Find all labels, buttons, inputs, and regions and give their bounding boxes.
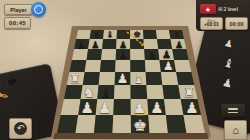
square-h8[interactable] (169, 30, 184, 39)
square-e5[interactable] (130, 60, 145, 72)
square-a3[interactable] (64, 85, 83, 99)
ai-timer: 00:00 (225, 17, 248, 30)
square-h3[interactable] (178, 85, 197, 99)
square-d8[interactable] (117, 30, 130, 39)
square-e8[interactable] (130, 30, 144, 39)
square-e6[interactable] (130, 49, 145, 60)
square-f8[interactable] (143, 30, 157, 39)
square-e4[interactable] (130, 72, 146, 85)
square-h7[interactable] (171, 39, 187, 49)
home-button[interactable]: ⌂ (224, 120, 247, 140)
square-b1[interactable] (76, 115, 96, 133)
rotate-view-button[interactable] (31, 2, 46, 17)
square-d4[interactable] (115, 72, 131, 85)
board-near-rim (53, 133, 209, 139)
square-c8[interactable] (103, 30, 117, 39)
square-a7[interactable] (74, 39, 90, 49)
undo-button[interactable]: ↶ (9, 118, 32, 139)
square-f1[interactable] (148, 115, 168, 133)
ai-move-bonus: +00:01 (204, 23, 219, 28)
square-f5[interactable] (145, 60, 161, 72)
ai-level-badge: ★ (200, 4, 216, 14)
square-h5[interactable] (174, 60, 191, 72)
player-name: Player (10, 7, 27, 13)
square-d6[interactable] (116, 49, 131, 60)
square-a8[interactable] (76, 30, 91, 39)
square-c1[interactable] (94, 115, 113, 133)
square-c5[interactable] (100, 60, 116, 72)
square-b4[interactable] (83, 72, 100, 85)
ai-move-bonus-plate: Move +00:01 (200, 17, 223, 30)
square-h2[interactable] (181, 99, 201, 115)
square-c2[interactable] (96, 99, 114, 115)
rotate-view-icon (34, 5, 43, 14)
square-b6[interactable] (86, 49, 102, 60)
square-g6[interactable] (158, 49, 174, 60)
square-g5[interactable] (159, 60, 176, 72)
square-h6[interactable] (172, 49, 188, 60)
square-f6[interactable] (144, 49, 159, 60)
menu-button[interactable] (221, 104, 245, 117)
square-e7[interactable] (130, 39, 144, 49)
square-a4[interactable] (67, 72, 85, 85)
square-a6[interactable] (72, 49, 88, 60)
square-g8[interactable] (156, 30, 171, 39)
square-c3[interactable] (97, 85, 114, 99)
square-b3[interactable] (81, 85, 99, 99)
square-g7[interactable] (157, 39, 172, 49)
ai-time: 00:00 (229, 21, 243, 27)
square-f4[interactable] (146, 72, 163, 85)
square-c4[interactable] (99, 72, 116, 85)
square-d2[interactable] (113, 99, 131, 115)
square-b8[interactable] (90, 30, 104, 39)
square-b5[interactable] (85, 60, 101, 72)
square-d3[interactable] (114, 85, 131, 99)
home-icon: ⌂ (232, 124, 239, 136)
square-a1[interactable] (57, 115, 78, 133)
square-b2[interactable] (78, 99, 97, 115)
square-d5[interactable] (115, 60, 130, 72)
square-f7[interactable] (144, 39, 159, 49)
square-d7[interactable] (116, 39, 130, 49)
square-g3[interactable] (162, 85, 180, 99)
square-f3[interactable] (146, 85, 164, 99)
player-name-plate: Player (4, 4, 33, 15)
square-e2[interactable] (131, 99, 149, 115)
player-timer: 00:45 (4, 17, 31, 29)
square-g4[interactable] (161, 72, 178, 85)
square-c6[interactable] (101, 49, 116, 60)
square-g2[interactable] (164, 99, 183, 115)
square-e3[interactable] (131, 85, 148, 99)
menu-icon (228, 108, 238, 110)
square-a5[interactable] (69, 60, 86, 72)
square-a2[interactable] (61, 99, 81, 115)
player-time: 00:45 (9, 20, 26, 26)
ai-name-label: AI 2 level (218, 5, 250, 13)
square-f2[interactable] (147, 99, 166, 115)
star-icon: ★ (205, 6, 211, 13)
undo-icon: ↶ (14, 122, 27, 135)
square-h4[interactable] (176, 72, 194, 85)
game-screen: ♞ ♝ ♟ ♝ ♟ ♟ ♜♝♚♜♟♟♟♟♟♞♟♟♜♟♝♞♝♜♟♟♟♟♟♚ Pla… (0, 0, 250, 140)
square-g1[interactable] (166, 115, 187, 133)
square-e1[interactable] (131, 115, 150, 133)
square-d1[interactable] (113, 115, 132, 133)
square-b7[interactable] (88, 39, 103, 49)
square-c7[interactable] (102, 39, 116, 49)
